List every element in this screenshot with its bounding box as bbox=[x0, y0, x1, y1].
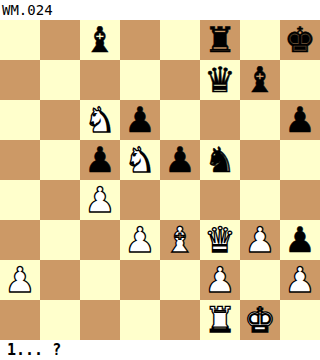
square-e5[interactable]: ♟ bbox=[160, 140, 200, 180]
square-d3[interactable]: ♟ bbox=[120, 220, 160, 260]
square-f4[interactable] bbox=[200, 180, 240, 220]
square-e1[interactable] bbox=[160, 300, 200, 340]
piece-white-pawn: ♟ bbox=[124, 220, 155, 260]
piece-black-pawn: ♟ bbox=[124, 100, 155, 140]
square-c4[interactable]: ♟ bbox=[80, 180, 120, 220]
puzzle-title: WM.024 bbox=[0, 0, 320, 20]
piece-white-queen: ♛ bbox=[204, 220, 235, 260]
piece-black-bishop: ♝ bbox=[84, 20, 115, 60]
square-b8[interactable] bbox=[40, 20, 80, 60]
square-g7[interactable]: ♝ bbox=[240, 60, 280, 100]
square-g8[interactable] bbox=[240, 20, 280, 60]
piece-white-pawn: ♟ bbox=[244, 220, 275, 260]
chess-puzzle-window: WM.024 ♝♜♚♛♝♞♟♟♟♞♟♞♟♟♝♛♟♟♟♟♟♜♚ 1... ? bbox=[0, 0, 320, 360]
square-b7[interactable] bbox=[40, 60, 80, 100]
square-g6[interactable] bbox=[240, 100, 280, 140]
piece-black-rook: ♜ bbox=[204, 20, 235, 60]
piece-black-queen: ♛ bbox=[204, 60, 235, 100]
piece-white-pawn: ♟ bbox=[84, 180, 115, 220]
piece-white-knight: ♞ bbox=[84, 100, 115, 140]
piece-white-pawn: ♟ bbox=[284, 260, 315, 300]
piece-black-knight: ♞ bbox=[204, 140, 235, 180]
square-c3[interactable] bbox=[80, 220, 120, 260]
square-g4[interactable] bbox=[240, 180, 280, 220]
square-h2[interactable]: ♟ bbox=[280, 260, 320, 300]
square-f1[interactable]: ♜ bbox=[200, 300, 240, 340]
square-f2[interactable]: ♟ bbox=[200, 260, 240, 300]
square-d1[interactable] bbox=[120, 300, 160, 340]
piece-black-king: ♚ bbox=[284, 20, 315, 60]
square-g1[interactable]: ♚ bbox=[240, 300, 280, 340]
square-a8[interactable] bbox=[0, 20, 40, 60]
square-f3[interactable]: ♛ bbox=[200, 220, 240, 260]
square-e4[interactable] bbox=[160, 180, 200, 220]
square-h7[interactable] bbox=[280, 60, 320, 100]
square-d5[interactable]: ♞ bbox=[120, 140, 160, 180]
square-c5[interactable]: ♟ bbox=[80, 140, 120, 180]
piece-black-bishop: ♝ bbox=[244, 60, 275, 100]
square-d6[interactable]: ♟ bbox=[120, 100, 160, 140]
square-f7[interactable]: ♛ bbox=[200, 60, 240, 100]
square-h1[interactable] bbox=[280, 300, 320, 340]
square-e6[interactable] bbox=[160, 100, 200, 140]
chess-board: ♝♜♚♛♝♞♟♟♟♞♟♞♟♟♝♛♟♟♟♟♟♜♚ bbox=[0, 20, 320, 340]
piece-black-pawn: ♟ bbox=[164, 140, 195, 180]
piece-black-pawn: ♟ bbox=[84, 140, 115, 180]
piece-white-knight: ♞ bbox=[124, 140, 155, 180]
square-c2[interactable] bbox=[80, 260, 120, 300]
square-a6[interactable] bbox=[0, 100, 40, 140]
piece-white-rook: ♜ bbox=[204, 300, 235, 340]
square-a1[interactable] bbox=[0, 300, 40, 340]
square-e7[interactable] bbox=[160, 60, 200, 100]
square-f8[interactable]: ♜ bbox=[200, 20, 240, 60]
square-g2[interactable] bbox=[240, 260, 280, 300]
square-c1[interactable] bbox=[80, 300, 120, 340]
piece-white-king: ♚ bbox=[244, 300, 275, 340]
square-d2[interactable] bbox=[120, 260, 160, 300]
square-h5[interactable] bbox=[280, 140, 320, 180]
square-h6[interactable]: ♟ bbox=[280, 100, 320, 140]
square-d7[interactable] bbox=[120, 60, 160, 100]
square-h4[interactable] bbox=[280, 180, 320, 220]
square-g5[interactable] bbox=[240, 140, 280, 180]
square-d8[interactable] bbox=[120, 20, 160, 60]
square-b5[interactable] bbox=[40, 140, 80, 180]
square-a4[interactable] bbox=[0, 180, 40, 220]
piece-white-bishop: ♝ bbox=[164, 220, 195, 260]
piece-white-pawn: ♟ bbox=[204, 260, 235, 300]
square-a2[interactable]: ♟ bbox=[0, 260, 40, 300]
square-f5[interactable]: ♞ bbox=[200, 140, 240, 180]
square-e2[interactable] bbox=[160, 260, 200, 300]
piece-black-pawn: ♟ bbox=[284, 220, 315, 260]
square-e3[interactable]: ♝ bbox=[160, 220, 200, 260]
square-g3[interactable]: ♟ bbox=[240, 220, 280, 260]
square-d4[interactable] bbox=[120, 180, 160, 220]
square-a5[interactable] bbox=[0, 140, 40, 180]
square-b4[interactable] bbox=[40, 180, 80, 220]
square-e8[interactable] bbox=[160, 20, 200, 60]
square-h3[interactable]: ♟ bbox=[280, 220, 320, 260]
square-b6[interactable] bbox=[40, 100, 80, 140]
square-c8[interactable]: ♝ bbox=[80, 20, 120, 60]
square-b3[interactable] bbox=[40, 220, 80, 260]
square-c7[interactable] bbox=[80, 60, 120, 100]
square-h8[interactable]: ♚ bbox=[280, 20, 320, 60]
piece-white-pawn: ♟ bbox=[4, 260, 35, 300]
square-a7[interactable] bbox=[0, 60, 40, 100]
move-prompt: 1... ? bbox=[0, 340, 320, 360]
square-c6[interactable]: ♞ bbox=[80, 100, 120, 140]
square-f6[interactable] bbox=[200, 100, 240, 140]
piece-black-pawn: ♟ bbox=[284, 100, 315, 140]
square-b2[interactable] bbox=[40, 260, 80, 300]
square-a3[interactable] bbox=[0, 220, 40, 260]
square-b1[interactable] bbox=[40, 300, 80, 340]
